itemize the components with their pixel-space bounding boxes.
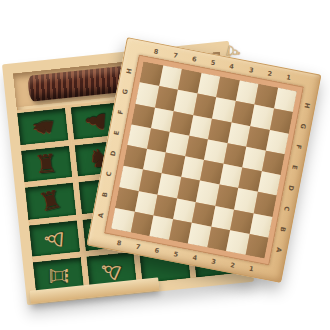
tray-cell: ♜ [21,146,72,182]
coord-label: 7 [172,51,178,60]
coord-label: F [117,109,126,115]
coord-label: 5 [210,58,216,67]
tray-cell: ♙ [29,220,80,256]
coord-label: D [109,150,118,157]
coord-label: E [113,129,122,135]
chess-piece-dark-rook: ♜ [34,150,59,177]
coord-label: 2 [230,261,236,270]
product-photo-scene: ♞♟♜♞♜♙♙♖♙ ♙ 87654321 87654321 HGFEDCBA H… [0,0,330,330]
coord-label: 1 [286,73,292,82]
coord-label: 6 [154,246,160,255]
coord-label: B [278,226,287,232]
coord-label: A [274,246,283,252]
board-inner-border [104,55,304,266]
tray-cell: ♜ [25,183,76,219]
chess-piece-dark-pawn-lying: ♟ [82,109,109,133]
coord-label: 3 [248,65,254,74]
square [245,234,268,259]
coord-label: 7 [135,242,141,251]
tray-cell: ♞ [17,108,68,144]
coord-label: H [302,102,311,109]
coord-label: 1 [249,264,255,273]
coord-label: E [290,164,299,170]
coord-label: B [101,191,110,197]
coord-label: G [298,122,307,129]
chess-piece-light-pawn-lying: ♙ [41,227,66,250]
coord-label: 4 [229,62,235,71]
coord-label: H [125,67,134,74]
coord-label: 8 [154,47,160,56]
chess-piece-light-rook-lying: ♖ [46,265,70,287]
coord-label: 4 [192,253,198,262]
coord-label: F [294,143,303,149]
chess-board: 87654321 87654321 HGFEDCBA HGFEDCBA [87,37,322,283]
coord-label: A [97,212,106,218]
chess-piece-dark-knight-lying: ♞ [28,113,58,141]
board-grid [111,62,297,259]
chess-piece-dark-rook-2: ♜ [36,186,64,216]
coord-label: C [282,205,291,211]
coord-label: 2 [267,69,273,78]
coord-label: 8 [116,238,122,247]
coord-label: C [105,171,114,177]
coord-label: 6 [191,54,197,63]
coord-label: 3 [211,257,217,266]
coord-label: 5 [173,250,179,259]
coord-label: G [121,88,130,95]
coord-label: D [286,184,295,191]
